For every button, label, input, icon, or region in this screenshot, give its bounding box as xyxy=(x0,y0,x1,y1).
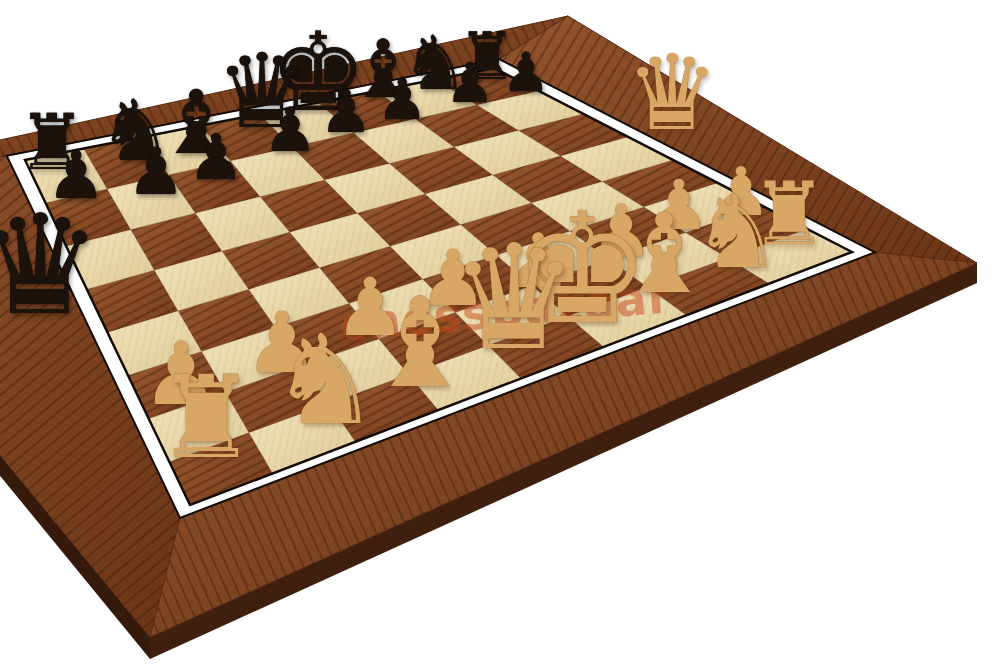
chess-set-product-photo: chessbazaar ♜♞♝♛♚♝♞♜♟♟♟♟♟♟♟♟♟♟♟♟♟♟♟♟♜♞♝♛… xyxy=(0,0,1000,667)
